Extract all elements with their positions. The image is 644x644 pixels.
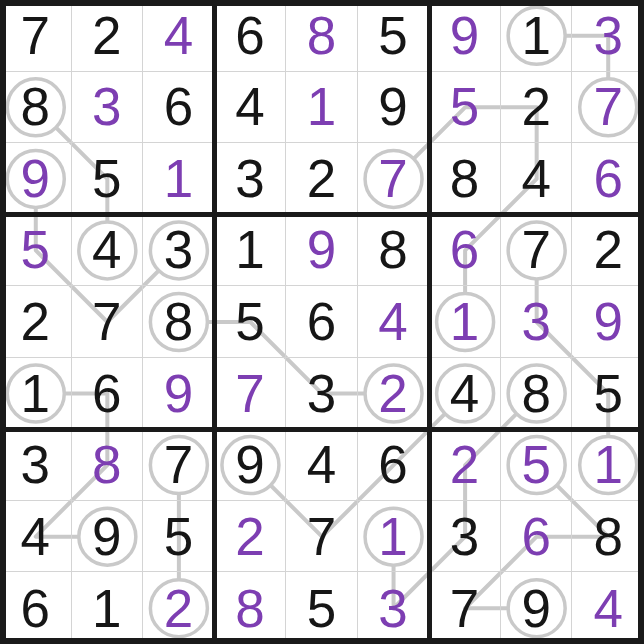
digit-r7c6: 6 — [378, 438, 407, 491]
digit-r3c6: 7 — [378, 152, 407, 205]
digit-r9c5: 5 — [307, 582, 336, 635]
cell-r9c9[interactable]: 4 — [572, 572, 644, 644]
digit-r8c4: 2 — [235, 510, 264, 563]
cell-r6c4[interactable]: 7 — [215, 358, 287, 430]
digit-r6c9: 5 — [593, 367, 622, 420]
cell-r8c7[interactable]: 3 — [429, 501, 501, 573]
cell-r6c5[interactable]: 3 — [286, 358, 358, 430]
digit-r4c9: 2 — [593, 223, 622, 276]
digit-r6c8: 8 — [521, 367, 550, 420]
digit-r3c9: 6 — [593, 152, 622, 205]
cell-r7c9[interactable]: 1 — [572, 429, 644, 501]
sudoku-board: 7246859138364195279513278465431986722785… — [0, 0, 644, 644]
digit-r5c1: 2 — [21, 295, 50, 348]
digit-r6c1: 1 — [21, 367, 50, 420]
digit-r2c4: 4 — [235, 80, 264, 133]
digit-r1c6: 5 — [378, 9, 407, 62]
cell-r9c7[interactable]: 7 — [429, 572, 501, 644]
sudoku-grid: 7246859138364195279513278465431986722785… — [0, 0, 644, 644]
digit-r7c8: 5 — [521, 438, 550, 491]
cell-r5c1[interactable]: 2 — [0, 286, 72, 358]
digit-r2c3: 6 — [164, 80, 193, 133]
cell-r7c2[interactable]: 8 — [72, 429, 144, 501]
cell-r3c1[interactable]: 9 — [0, 143, 72, 215]
digit-r4c3: 3 — [164, 223, 193, 276]
cell-r2c3[interactable]: 6 — [143, 72, 215, 144]
cell-r2c1[interactable]: 8 — [0, 72, 72, 144]
digit-r1c1: 7 — [21, 9, 50, 62]
digit-r2c8: 2 — [521, 80, 550, 133]
digit-r5c2: 7 — [92, 295, 121, 348]
digit-r8c6: 1 — [378, 510, 407, 563]
digit-r9c2: 1 — [92, 582, 121, 635]
cell-r9c1[interactable]: 6 — [0, 572, 72, 644]
cell-r1c7[interactable]: 9 — [429, 0, 501, 72]
cell-r7c7[interactable]: 2 — [429, 429, 501, 501]
cell-r9c4[interactable]: 8 — [215, 572, 287, 644]
digit-r9c8: 9 — [521, 582, 550, 635]
digit-r9c4: 8 — [235, 582, 264, 635]
cell-r4c6[interactable]: 8 — [358, 215, 430, 287]
digit-r3c3: 1 — [164, 152, 193, 205]
cell-r6c1[interactable]: 1 — [0, 358, 72, 430]
digit-r9c3: 2 — [164, 582, 193, 635]
cell-r9c6[interactable]: 3 — [358, 572, 430, 644]
digit-r9c1: 6 — [21, 582, 50, 635]
cell-r8c4[interactable]: 2 — [215, 501, 287, 573]
cell-r1c1[interactable]: 7 — [0, 0, 72, 72]
box-border-vertical-2 — [427, 0, 432, 644]
cell-r3c9[interactable]: 6 — [572, 143, 644, 215]
cell-r3c8[interactable]: 4 — [501, 143, 573, 215]
cell-r8c3[interactable]: 5 — [143, 501, 215, 573]
cell-r1c4[interactable]: 6 — [215, 0, 287, 72]
digit-r6c3: 9 — [164, 367, 193, 420]
cell-r7c5[interactable]: 4 — [286, 429, 358, 501]
digit-r6c5: 3 — [307, 367, 336, 420]
cell-r4c3[interactable]: 3 — [143, 215, 215, 287]
cell-r6c7[interactable]: 4 — [429, 358, 501, 430]
cell-r9c3[interactable]: 2 — [143, 572, 215, 644]
cell-r8c2[interactable]: 9 — [72, 501, 144, 573]
cell-r1c5[interactable]: 8 — [286, 0, 358, 72]
digit-r5c5: 6 — [307, 295, 336, 348]
cell-r2c4[interactable]: 4 — [215, 72, 287, 144]
cell-r5c3[interactable]: 8 — [143, 286, 215, 358]
digit-r9c9: 4 — [593, 582, 622, 635]
digit-r1c5: 8 — [307, 9, 336, 62]
cell-r5c6[interactable]: 4 — [358, 286, 430, 358]
cell-r2c9[interactable]: 7 — [572, 72, 644, 144]
box-border-vertical-1 — [212, 0, 217, 644]
digit-r4c6: 8 — [378, 223, 407, 276]
digit-r8c5: 7 — [307, 510, 336, 563]
digit-r4c8: 7 — [521, 223, 550, 276]
digit-r5c9: 9 — [593, 295, 622, 348]
cell-r3c4[interactable]: 3 — [215, 143, 287, 215]
cell-r4c5[interactable]: 9 — [286, 215, 358, 287]
cell-r3c7[interactable]: 8 — [429, 143, 501, 215]
cell-r5c9[interactable]: 9 — [572, 286, 644, 358]
digit-r2c2: 3 — [92, 80, 121, 133]
cell-r8c8[interactable]: 6 — [501, 501, 573, 573]
cell-r5c2[interactable]: 7 — [72, 286, 144, 358]
cell-r1c6[interactable]: 5 — [358, 0, 430, 72]
cell-r4c7[interactable]: 6 — [429, 215, 501, 287]
digit-r8c8: 6 — [521, 510, 550, 563]
digit-r8c2: 9 — [92, 510, 121, 563]
digit-r8c1: 4 — [21, 510, 50, 563]
digit-r6c7: 4 — [450, 367, 479, 420]
cell-r6c9[interactable]: 5 — [572, 358, 644, 430]
cell-r8c5[interactable]: 7 — [286, 501, 358, 573]
cell-r4c8[interactable]: 7 — [501, 215, 573, 287]
cell-r5c7[interactable]: 1 — [429, 286, 501, 358]
cell-r6c6[interactable]: 2 — [358, 358, 430, 430]
cell-r8c9[interactable]: 8 — [572, 501, 644, 573]
cell-r8c1[interactable]: 4 — [0, 501, 72, 573]
cell-r3c3[interactable]: 1 — [143, 143, 215, 215]
digit-r3c5: 2 — [307, 152, 336, 205]
cell-r9c5[interactable]: 5 — [286, 572, 358, 644]
digit-r3c4: 3 — [235, 152, 264, 205]
digit-r7c2: 8 — [92, 438, 121, 491]
digit-r5c4: 5 — [235, 295, 264, 348]
digit-r8c9: 8 — [593, 510, 622, 563]
digit-r3c7: 8 — [450, 152, 479, 205]
digit-r5c3: 8 — [164, 295, 193, 348]
digit-r6c4: 7 — [235, 367, 264, 420]
cell-r6c8[interactable]: 8 — [501, 358, 573, 430]
cell-r1c8[interactable]: 1 — [501, 0, 573, 72]
digit-r9c6: 3 — [378, 582, 407, 635]
cell-r4c4[interactable]: 1 — [215, 215, 287, 287]
cell-r3c6[interactable]: 7 — [358, 143, 430, 215]
cell-r5c5[interactable]: 6 — [286, 286, 358, 358]
cell-r3c5[interactable]: 2 — [286, 143, 358, 215]
cell-r5c8[interactable]: 3 — [501, 286, 573, 358]
cell-r2c6[interactable]: 9 — [358, 72, 430, 144]
digit-r4c4: 1 — [235, 223, 264, 276]
cell-r8c6[interactable]: 1 — [358, 501, 430, 573]
digit-r9c7: 7 — [450, 582, 479, 635]
cell-r7c4[interactable]: 9 — [215, 429, 287, 501]
cell-r6c3[interactable]: 9 — [143, 358, 215, 430]
digit-r5c8: 3 — [521, 295, 550, 348]
cell-r4c1[interactable]: 5 — [0, 215, 72, 287]
digit-r5c7: 1 — [450, 295, 479, 348]
cell-r2c8[interactable]: 2 — [501, 72, 573, 144]
digit-r7c3: 7 — [164, 438, 193, 491]
cell-r5c4[interactable]: 5 — [215, 286, 287, 358]
digit-r7c5: 4 — [307, 438, 336, 491]
cell-r3c2[interactable]: 5 — [72, 143, 144, 215]
digit-r1c7: 9 — [450, 9, 479, 62]
cell-r1c3[interactable]: 4 — [143, 0, 215, 72]
digit-r4c5: 9 — [307, 223, 336, 276]
cell-r1c2[interactable]: 2 — [72, 0, 144, 72]
digit-r3c8: 4 — [521, 152, 550, 205]
digit-r4c1: 5 — [21, 223, 50, 276]
digit-r7c1: 3 — [21, 438, 50, 491]
digit-r4c2: 4 — [92, 223, 121, 276]
digit-r4c7: 6 — [450, 223, 479, 276]
digit-r1c4: 6 — [235, 9, 264, 62]
cell-r9c2[interactable]: 1 — [72, 572, 144, 644]
digit-r3c1: 9 — [21, 152, 50, 205]
digit-r1c9: 3 — [593, 9, 622, 62]
digit-r2c5: 1 — [307, 80, 336, 133]
digit-r1c8: 1 — [521, 9, 550, 62]
digit-r8c3: 5 — [164, 510, 193, 563]
digit-r6c2: 6 — [92, 367, 121, 420]
cell-r7c3[interactable]: 7 — [143, 429, 215, 501]
cell-r7c6[interactable]: 6 — [358, 429, 430, 501]
digit-r2c6: 9 — [378, 80, 407, 133]
cell-r7c1[interactable]: 3 — [0, 429, 72, 501]
digit-r1c2: 2 — [92, 9, 121, 62]
cell-r7c8[interactable]: 5 — [501, 429, 573, 501]
digit-r2c7: 5 — [450, 80, 479, 133]
digit-r7c4: 9 — [235, 438, 264, 491]
cell-r4c9[interactable]: 2 — [572, 215, 644, 287]
digit-r7c9: 1 — [593, 438, 622, 491]
box-border-horizontal-2 — [0, 427, 644, 432]
digit-r8c7: 3 — [450, 510, 479, 563]
cell-r4c2[interactable]: 4 — [72, 215, 144, 287]
cell-r2c2[interactable]: 3 — [72, 72, 144, 144]
cell-r6c2[interactable]: 6 — [72, 358, 144, 430]
digit-r1c3: 4 — [164, 9, 193, 62]
box-border-horizontal-1 — [0, 212, 644, 217]
digit-r3c2: 5 — [92, 152, 121, 205]
digit-r6c6: 2 — [378, 367, 407, 420]
cell-r2c7[interactable]: 5 — [429, 72, 501, 144]
digit-r7c7: 2 — [450, 438, 479, 491]
cell-r9c8[interactable]: 9 — [501, 572, 573, 644]
cell-r1c9[interactable]: 3 — [572, 0, 644, 72]
digit-r5c6: 4 — [378, 295, 407, 348]
cell-r2c5[interactable]: 1 — [286, 72, 358, 144]
digit-r2c9: 7 — [593, 80, 622, 133]
digit-r2c1: 8 — [21, 80, 50, 133]
